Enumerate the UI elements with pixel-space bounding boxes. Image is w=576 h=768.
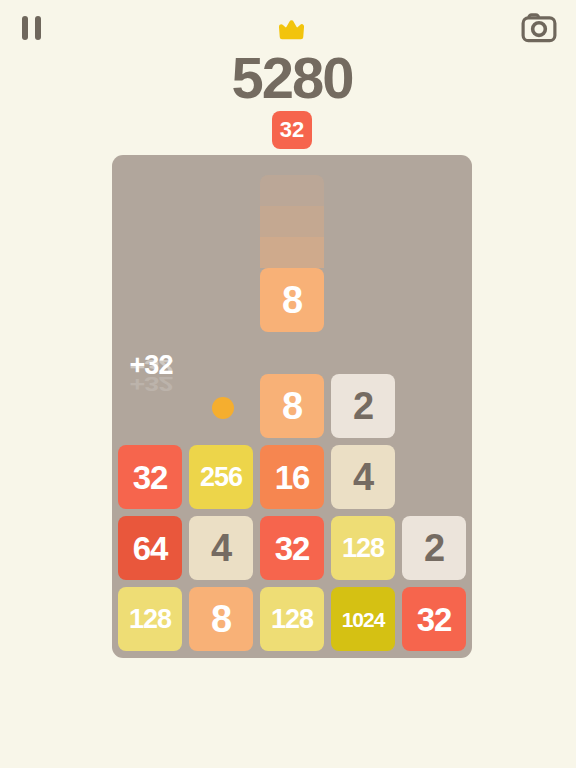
game-screen: { "game": "2048 Bricks (falling-tile 204… bbox=[0, 0, 576, 768]
tile-16: 16 bbox=[260, 445, 324, 509]
next-tile-value: 32 bbox=[280, 117, 304, 143]
tile-32: 32 bbox=[260, 516, 324, 580]
tile-128: 128 bbox=[118, 587, 182, 651]
drop-indicator-dot bbox=[212, 397, 234, 419]
score-display: 5280 bbox=[112, 44, 472, 111]
tile-32: 32 bbox=[118, 445, 182, 509]
pause-button[interactable] bbox=[18, 14, 46, 42]
falling-tile-trail bbox=[260, 237, 324, 268]
pause-icon bbox=[22, 16, 28, 40]
tile-8: 8 bbox=[189, 587, 253, 651]
crown-icon bbox=[277, 18, 306, 42]
next-tile-preview: 32 bbox=[272, 111, 312, 149]
tile-2: 2 bbox=[331, 374, 395, 438]
falling-tile-8: 8 bbox=[260, 268, 324, 332]
pause-icon bbox=[35, 16, 41, 40]
tile-4: 4 bbox=[189, 516, 253, 580]
tile-8: 8 bbox=[260, 374, 324, 438]
camera-button[interactable] bbox=[521, 12, 557, 44]
score-popup: +32 +32 +32 bbox=[120, 352, 182, 379]
game-board[interactable]: +32 +32 +32 8232256164644321282128812810… bbox=[112, 155, 472, 658]
score-popup-reflection: +32 bbox=[120, 374, 182, 393]
falling-tile-trail bbox=[260, 175, 324, 206]
tile-256: 256 bbox=[189, 445, 253, 509]
tile-128: 128 bbox=[260, 587, 324, 651]
tile-64: 64 bbox=[118, 516, 182, 580]
tile-1024: 1024 bbox=[331, 587, 395, 651]
tile-2: 2 bbox=[402, 516, 466, 580]
falling-tile-trail bbox=[260, 206, 324, 237]
tile-4: 4 bbox=[331, 445, 395, 509]
tile-128: 128 bbox=[331, 516, 395, 580]
tile-32: 32 bbox=[402, 587, 466, 651]
